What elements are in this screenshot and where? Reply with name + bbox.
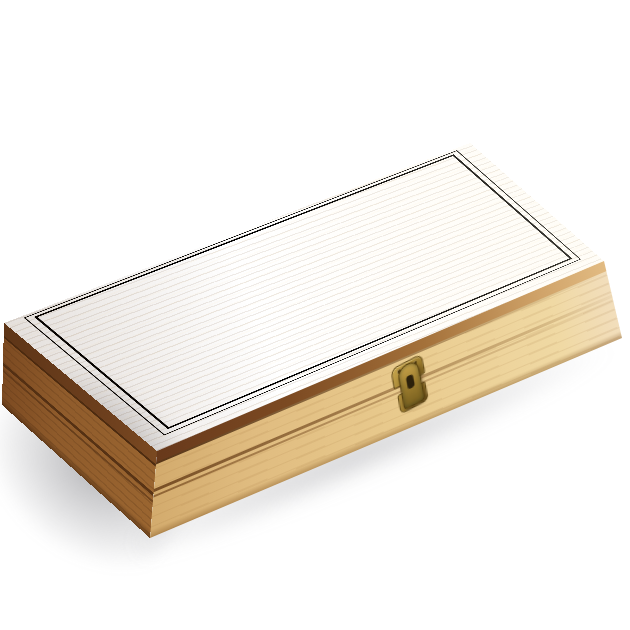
chess-box-photo: [0, 0, 630, 630]
